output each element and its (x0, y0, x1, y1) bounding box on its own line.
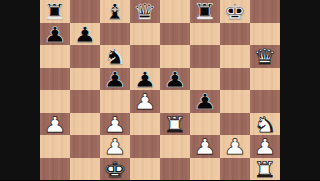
white-pawn-piece[interactable]: ♟ (103, 115, 126, 133)
white-king-piece[interactable]: ♚ (103, 160, 126, 178)
black-pawn-piece[interactable]: ♟ (133, 70, 156, 88)
square-h1[interactable]: ♜ (250, 158, 280, 181)
black-queen-piece[interactable]: ♛ (133, 2, 156, 20)
square-h6[interactable]: ♛ (250, 45, 280, 68)
letterbox-left (0, 0, 40, 180)
square-f3[interactable] (190, 113, 220, 136)
black-pawn-piece[interactable]: ♟ (193, 92, 216, 110)
white-rook-piece[interactable]: ♜ (163, 115, 186, 133)
square-e3[interactable]: ♜ (160, 113, 190, 136)
square-a6[interactable] (40, 45, 70, 68)
square-d4[interactable]: ♟ (130, 90, 160, 113)
square-a4[interactable] (40, 90, 70, 113)
square-b7[interactable]: ♟ (70, 23, 100, 46)
square-g2[interactable]: ♟ (220, 135, 250, 158)
white-pawn-piece[interactable]: ♟ (43, 115, 66, 133)
square-d5[interactable]: ♟ (130, 68, 160, 91)
white-knight-piece[interactable]: ♞ (253, 115, 276, 133)
square-g6[interactable] (220, 45, 250, 68)
square-a1[interactable] (40, 158, 70, 181)
square-c1[interactable]: ♚ (100, 158, 130, 181)
square-f1[interactable] (190, 158, 220, 181)
square-b2[interactable] (70, 135, 100, 158)
square-c5[interactable]: ♟ (100, 68, 130, 91)
square-a3[interactable]: ♟ (40, 113, 70, 136)
square-b8[interactable] (70, 0, 100, 23)
square-e4[interactable] (160, 90, 190, 113)
white-queen-piece[interactable]: ♛ (253, 47, 276, 65)
black-rook-piece[interactable]: ♜ (193, 2, 216, 20)
square-h7[interactable] (250, 23, 280, 46)
square-a8[interactable]: ♜ (40, 0, 70, 23)
square-h3[interactable]: ♞ (250, 113, 280, 136)
square-g8[interactable]: ♚ (220, 0, 250, 23)
black-pawn-piece[interactable]: ♟ (43, 25, 66, 43)
white-pawn-piece[interactable]: ♟ (193, 137, 216, 155)
square-d3[interactable] (130, 113, 160, 136)
square-g1[interactable] (220, 158, 250, 181)
letterbox-right (280, 0, 320, 180)
square-h5[interactable] (250, 68, 280, 91)
square-f5[interactable] (190, 68, 220, 91)
square-d7[interactable] (130, 23, 160, 46)
square-a2[interactable] (40, 135, 70, 158)
square-d8[interactable]: ♛ (130, 0, 160, 23)
square-g3[interactable] (220, 113, 250, 136)
square-h4[interactable] (250, 90, 280, 113)
square-g5[interactable] (220, 68, 250, 91)
square-c7[interactable] (100, 23, 130, 46)
square-e7[interactable] (160, 23, 190, 46)
black-pawn-piece[interactable]: ♟ (73, 25, 96, 43)
black-bishop-piece[interactable]: ♝ (103, 2, 126, 20)
square-g4[interactable] (220, 90, 250, 113)
black-king-piece[interactable]: ♚ (223, 2, 246, 20)
square-f8[interactable]: ♜ (190, 0, 220, 23)
square-h8[interactable] (250, 0, 280, 23)
black-pawn-piece[interactable]: ♟ (163, 70, 186, 88)
square-c8[interactable]: ♝ (100, 0, 130, 23)
square-f7[interactable] (190, 23, 220, 46)
video-frame: ♜♝♛♜♚♟♟♞♛♟♟♟♟♟♟♟♜♞♟♟♟♟♚♜ (0, 0, 320, 180)
square-h2[interactable]: ♟ (250, 135, 280, 158)
square-e5[interactable]: ♟ (160, 68, 190, 91)
square-e8[interactable] (160, 0, 190, 23)
white-pawn-piece[interactable]: ♟ (133, 92, 156, 110)
square-c4[interactable] (100, 90, 130, 113)
square-c2[interactable]: ♟ (100, 135, 130, 158)
square-c6[interactable]: ♞ (100, 45, 130, 68)
square-e2[interactable] (160, 135, 190, 158)
black-pawn-piece[interactable]: ♟ (103, 70, 126, 88)
square-d6[interactable] (130, 45, 160, 68)
square-b4[interactable] (70, 90, 100, 113)
square-f2[interactable]: ♟ (190, 135, 220, 158)
white-rook-piece[interactable]: ♜ (253, 160, 276, 178)
square-b3[interactable] (70, 113, 100, 136)
white-pawn-piece[interactable]: ♟ (103, 137, 126, 155)
square-d1[interactable] (130, 158, 160, 181)
square-f4[interactable]: ♟ (190, 90, 220, 113)
square-a5[interactable] (40, 68, 70, 91)
black-rook-piece[interactable]: ♜ (43, 2, 66, 20)
black-knight-piece[interactable]: ♞ (103, 47, 126, 65)
square-f6[interactable] (190, 45, 220, 68)
square-b6[interactable] (70, 45, 100, 68)
square-b5[interactable] (70, 68, 100, 91)
white-pawn-piece[interactable]: ♟ (223, 137, 246, 155)
square-b1[interactable] (70, 158, 100, 181)
square-e6[interactable] (160, 45, 190, 68)
square-e1[interactable] (160, 158, 190, 181)
white-pawn-piece[interactable]: ♟ (253, 137, 276, 155)
square-c3[interactable]: ♟ (100, 113, 130, 136)
square-a7[interactable]: ♟ (40, 23, 70, 46)
square-d2[interactable] (130, 135, 160, 158)
chess-board[interactable]: ♜♝♛♜♚♟♟♞♛♟♟♟♟♟♟♟♜♞♟♟♟♟♚♜ (40, 0, 280, 180)
square-g7[interactable] (220, 23, 250, 46)
